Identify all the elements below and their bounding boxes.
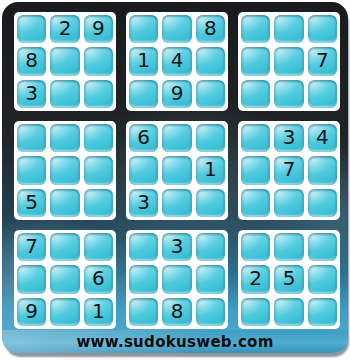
cell-r6c2[interactable] bbox=[50, 189, 79, 217]
cell-r1c1[interactable] bbox=[17, 15, 46, 43]
cell-r7c4[interactable] bbox=[129, 233, 158, 261]
cell-r4c1[interactable] bbox=[17, 124, 46, 152]
cell-r3c2[interactable] bbox=[50, 80, 79, 108]
cell-r1c9[interactable] bbox=[308, 15, 337, 43]
cell-r2c7[interactable] bbox=[241, 47, 270, 75]
cell-r4c2[interactable] bbox=[50, 124, 79, 152]
cell-r2c3[interactable] bbox=[84, 47, 113, 75]
given-digit: 2 bbox=[59, 18, 72, 38]
cell-r9c3[interactable]: 1 bbox=[84, 298, 113, 326]
sudoku-board: 298381497561334776913825 bbox=[14, 12, 340, 329]
given-digit: 6 bbox=[137, 127, 150, 147]
cell-r6c3[interactable] bbox=[84, 189, 113, 217]
cell-r3c6[interactable] bbox=[196, 80, 225, 108]
cell-r2c4[interactable]: 1 bbox=[129, 47, 158, 75]
cell-r1c8[interactable] bbox=[274, 15, 303, 43]
cell-r3c1[interactable]: 3 bbox=[17, 80, 46, 108]
cell-r5c9[interactable] bbox=[308, 156, 337, 184]
given-digit: 5 bbox=[283, 268, 296, 288]
cell-r2c1[interactable]: 8 bbox=[17, 47, 46, 75]
given-digit: 1 bbox=[92, 301, 105, 321]
given-digit: 6 bbox=[92, 268, 105, 288]
cell-r1c5[interactable] bbox=[162, 15, 191, 43]
given-digit: 1 bbox=[204, 159, 217, 179]
cell-r8c3[interactable]: 6 bbox=[84, 265, 113, 293]
given-digit: 1 bbox=[137, 50, 150, 70]
cell-r3c3[interactable] bbox=[84, 80, 113, 108]
given-digit: 9 bbox=[25, 301, 38, 321]
cell-r2c2[interactable] bbox=[50, 47, 79, 75]
cell-r9c4[interactable] bbox=[129, 298, 158, 326]
cell-r8c1[interactable] bbox=[17, 265, 46, 293]
given-digit: 8 bbox=[204, 18, 217, 38]
cell-r8c4[interactable] bbox=[129, 265, 158, 293]
cell-r1c3[interactable]: 9 bbox=[84, 15, 113, 43]
box-3-1: 7691 bbox=[14, 230, 116, 329]
cell-r5c7[interactable] bbox=[241, 156, 270, 184]
cell-r4c7[interactable] bbox=[241, 124, 270, 152]
cell-r7c5[interactable]: 3 bbox=[162, 233, 191, 261]
cell-r3c9[interactable] bbox=[308, 80, 337, 108]
given-digit: 9 bbox=[92, 18, 105, 38]
given-digit: 9 bbox=[171, 83, 184, 103]
cell-r5c6[interactable]: 1 bbox=[196, 156, 225, 184]
sudoku-widget: 298381497561334776913825 www.sudokusweb.… bbox=[0, 0, 350, 360]
given-digit: 7 bbox=[316, 50, 329, 70]
cell-r6c5[interactable] bbox=[162, 189, 191, 217]
cell-r2c6[interactable] bbox=[196, 47, 225, 75]
cell-r4c5[interactable] bbox=[162, 124, 191, 152]
cell-r1c6[interactable]: 8 bbox=[196, 15, 225, 43]
box-1-2: 8149 bbox=[126, 12, 228, 111]
cell-r2c5[interactable]: 4 bbox=[162, 47, 191, 75]
cell-r6c4[interactable]: 3 bbox=[129, 189, 158, 217]
cell-r9c1[interactable]: 9 bbox=[17, 298, 46, 326]
cell-r7c3[interactable] bbox=[84, 233, 113, 261]
cell-r7c8[interactable] bbox=[274, 233, 303, 261]
box-1-3: 7 bbox=[238, 12, 340, 111]
cell-r1c2[interactable]: 2 bbox=[50, 15, 79, 43]
cell-r4c6[interactable] bbox=[196, 124, 225, 152]
cell-r9c2[interactable] bbox=[50, 298, 79, 326]
box-2-2: 613 bbox=[126, 121, 228, 220]
cell-r9c9[interactable] bbox=[308, 298, 337, 326]
cell-r3c8[interactable] bbox=[274, 80, 303, 108]
cell-r4c3[interactable] bbox=[84, 124, 113, 152]
cell-r6c8[interactable] bbox=[274, 189, 303, 217]
cell-r2c9[interactable]: 7 bbox=[308, 47, 337, 75]
cell-r8c5[interactable] bbox=[162, 265, 191, 293]
cell-r8c2[interactable] bbox=[50, 265, 79, 293]
cell-r6c1[interactable]: 5 bbox=[17, 189, 46, 217]
website-url[interactable]: www.sudokusweb.com bbox=[76, 333, 273, 351]
cell-r9c8[interactable] bbox=[274, 298, 303, 326]
board-frame: 298381497561334776913825 www.sudokusweb.… bbox=[2, 2, 348, 353]
cell-r4c8[interactable]: 3 bbox=[274, 124, 303, 152]
cell-r8c9[interactable] bbox=[308, 265, 337, 293]
cell-r3c5[interactable]: 9 bbox=[162, 80, 191, 108]
given-digit: 8 bbox=[25, 50, 38, 70]
cell-r7c7[interactable] bbox=[241, 233, 270, 261]
given-digit: 3 bbox=[137, 192, 150, 212]
cell-r1c7[interactable] bbox=[241, 15, 270, 43]
cell-r5c3[interactable] bbox=[84, 156, 113, 184]
cell-r9c7[interactable] bbox=[241, 298, 270, 326]
cell-r8c8[interactable]: 5 bbox=[274, 265, 303, 293]
cell-r5c2[interactable] bbox=[50, 156, 79, 184]
cell-r7c9[interactable] bbox=[308, 233, 337, 261]
cell-r4c4[interactable]: 6 bbox=[129, 124, 158, 152]
cell-r5c1[interactable] bbox=[17, 156, 46, 184]
cell-r2c8[interactable] bbox=[274, 47, 303, 75]
footer-bar: www.sudokusweb.com bbox=[2, 330, 348, 353]
cell-r7c2[interactable] bbox=[50, 233, 79, 261]
cell-r4c9[interactable]: 4 bbox=[308, 124, 337, 152]
cell-r6c7[interactable] bbox=[241, 189, 270, 217]
cell-r5c5[interactable] bbox=[162, 156, 191, 184]
given-digit: 2 bbox=[249, 268, 262, 288]
box-3-3: 25 bbox=[238, 230, 340, 329]
given-digit: 8 bbox=[171, 301, 184, 321]
cell-r7c1[interactable]: 7 bbox=[17, 233, 46, 261]
cell-r3c4[interactable] bbox=[129, 80, 158, 108]
box-2-3: 347 bbox=[238, 121, 340, 220]
cell-r5c8[interactable]: 7 bbox=[274, 156, 303, 184]
given-digit: 7 bbox=[25, 236, 38, 256]
cell-r6c9[interactable] bbox=[308, 189, 337, 217]
cell-r9c5[interactable]: 8 bbox=[162, 298, 191, 326]
box-1-1: 2983 bbox=[14, 12, 116, 111]
cell-r9c6[interactable] bbox=[196, 298, 225, 326]
given-digit: 7 bbox=[283, 159, 296, 179]
cell-r6c6[interactable] bbox=[196, 189, 225, 217]
box-2-1: 5 bbox=[14, 121, 116, 220]
given-digit: 3 bbox=[25, 83, 38, 103]
cell-r7c6[interactable] bbox=[196, 233, 225, 261]
given-digit: 3 bbox=[283, 127, 296, 147]
cell-r1c4[interactable] bbox=[129, 15, 158, 43]
given-digit: 4 bbox=[171, 50, 184, 70]
cell-r3c7[interactable] bbox=[241, 80, 270, 108]
given-digit: 4 bbox=[316, 127, 329, 147]
cell-r8c7[interactable]: 2 bbox=[241, 265, 270, 293]
cell-r8c6[interactable] bbox=[196, 265, 225, 293]
box-3-2: 38 bbox=[126, 230, 228, 329]
cell-r5c4[interactable] bbox=[129, 156, 158, 184]
given-digit: 3 bbox=[171, 236, 184, 256]
given-digit: 5 bbox=[25, 192, 38, 212]
